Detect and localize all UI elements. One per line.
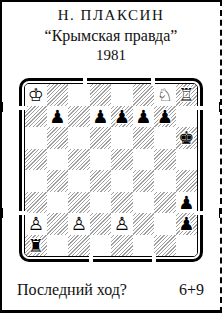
square-h5	[176, 149, 198, 171]
square-h6: ♚	[176, 127, 198, 149]
black-king-h6: ♚	[178, 129, 194, 147]
square-e5	[111, 149, 133, 171]
square-g1	[154, 235, 176, 257]
square-c8	[68, 84, 90, 106]
frame-notch-bottom-left	[89, 254, 93, 263]
square-f1	[133, 235, 155, 257]
square-e6	[111, 127, 133, 149]
material-count: 6+9	[179, 281, 204, 299]
square-b7: ♟	[47, 106, 69, 128]
square-b3	[47, 192, 69, 214]
black-rook-a1: ♜	[28, 237, 44, 255]
black-pawn-g7: ♟	[157, 108, 173, 126]
square-d8	[90, 84, 112, 106]
square-g2	[154, 213, 176, 235]
square-f8	[133, 84, 155, 106]
chess-board: ♔♘♖♟♟♟♟♟♚♟♙♙♙♟♜	[25, 84, 197, 256]
square-h4	[176, 170, 198, 192]
edge-tick-left-lower	[0, 208, 3, 218]
square-c2: ♙	[68, 213, 90, 235]
square-g4	[154, 170, 176, 192]
square-e8	[111, 84, 133, 106]
edge-tick-left-upper	[0, 102, 3, 112]
square-h2: ♟	[176, 213, 198, 235]
square-f3	[133, 192, 155, 214]
square-h8: ♖	[176, 84, 198, 106]
square-b8	[47, 84, 69, 106]
frame-notch-left-lower	[18, 211, 27, 215]
edge-tick-right-lower	[219, 208, 222, 218]
square-c7	[68, 106, 90, 128]
publication-year: 1981	[2, 47, 220, 65]
black-pawn-h2: ♟	[178, 215, 194, 233]
square-f7: ♟	[133, 106, 155, 128]
frame-notch-top-right	[151, 77, 155, 86]
author-name: Н. ПЛАКСИН	[2, 7, 220, 25]
square-h7	[176, 106, 198, 128]
white-rook-h8: ♖	[178, 86, 194, 104]
black-pawn-d7: ♟	[92, 108, 108, 126]
stipulation-text: Последний ход?	[17, 281, 127, 299]
square-b1	[47, 235, 69, 257]
frame-notch-right-lower	[195, 211, 204, 215]
square-c1	[68, 235, 90, 257]
square-c6	[68, 127, 90, 149]
square-c3	[68, 192, 90, 214]
square-g5	[154, 149, 176, 171]
frame-notch-left-upper	[18, 106, 27, 110]
square-f5	[133, 149, 155, 171]
square-d2	[90, 213, 112, 235]
chess-board-frame: ♔♘♖♟♟♟♟♟♚♟♙♙♙♟♜	[19, 78, 203, 262]
square-a2: ♙	[25, 213, 47, 235]
square-h3: ♟	[176, 192, 198, 214]
white-pawn-e2: ♙	[114, 215, 130, 233]
square-g6	[154, 127, 176, 149]
square-d1	[90, 235, 112, 257]
black-pawn-b7: ♟	[49, 108, 65, 126]
square-g7: ♟	[154, 106, 176, 128]
square-e4	[111, 170, 133, 192]
square-b5	[47, 149, 69, 171]
square-c5	[68, 149, 90, 171]
square-a5	[25, 149, 47, 171]
white-pawn-a2: ♙	[28, 215, 44, 233]
square-c4	[68, 170, 90, 192]
square-e7: ♟	[111, 106, 133, 128]
square-d4	[90, 170, 112, 192]
square-a7	[25, 106, 47, 128]
white-king-a8: ♔	[28, 86, 44, 104]
square-e2: ♙	[111, 213, 133, 235]
square-a1: ♜	[25, 235, 47, 257]
square-e1	[111, 235, 133, 257]
square-e3	[111, 192, 133, 214]
square-g3	[154, 192, 176, 214]
square-a6	[25, 127, 47, 149]
frame-notch-top-left	[83, 77, 87, 86]
black-pawn-h3: ♟	[178, 194, 194, 212]
frame-notch-right-upper	[195, 106, 204, 110]
frame-notch-bottom-right	[152, 254, 156, 263]
chess-problem-card: Н. ПЛАКСИН “Крымская правда” 1981 ♔♘♖♟♟♟…	[0, 0, 222, 313]
white-pawn-c2: ♙	[71, 215, 87, 233]
problem-header: Н. ПЛАКСИН “Крымская правда” 1981	[2, 2, 220, 64]
square-a3	[25, 192, 47, 214]
square-a8: ♔	[25, 84, 47, 106]
black-pawn-f7: ♟	[135, 108, 151, 126]
source-publication: “Крымская правда”	[2, 27, 220, 46]
edge-tick-right-upper	[219, 102, 222, 112]
problem-footer: Последний ход? 6+9	[2, 281, 220, 299]
square-b2	[47, 213, 69, 235]
square-a4	[25, 170, 47, 192]
square-f2	[133, 213, 155, 235]
square-g8: ♘	[154, 84, 176, 106]
chess-board-inner-frame: ♔♘♖♟♟♟♟♟♚♟♙♙♙♟♜	[24, 83, 198, 257]
square-b6	[47, 127, 69, 149]
square-f6	[133, 127, 155, 149]
square-f4	[133, 170, 155, 192]
square-d3	[90, 192, 112, 214]
square-h1	[176, 235, 198, 257]
square-b4	[47, 170, 69, 192]
black-pawn-e7: ♟	[114, 108, 130, 126]
square-d6	[90, 127, 112, 149]
square-d7: ♟	[90, 106, 112, 128]
white-knight-g8: ♘	[157, 86, 173, 104]
square-d5	[90, 149, 112, 171]
